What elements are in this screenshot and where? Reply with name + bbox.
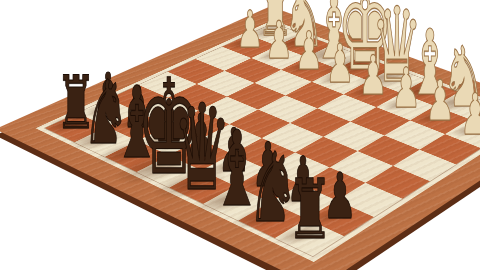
screenshot-root: ♜♞♝♛♚♝♞♜♟♟♟♟♟♟♟♟♟♟♟♟♟♟♟♟♜♞♝♛♚♝♞♜ [0, 0, 480, 270]
board-squares [45, 23, 480, 256]
